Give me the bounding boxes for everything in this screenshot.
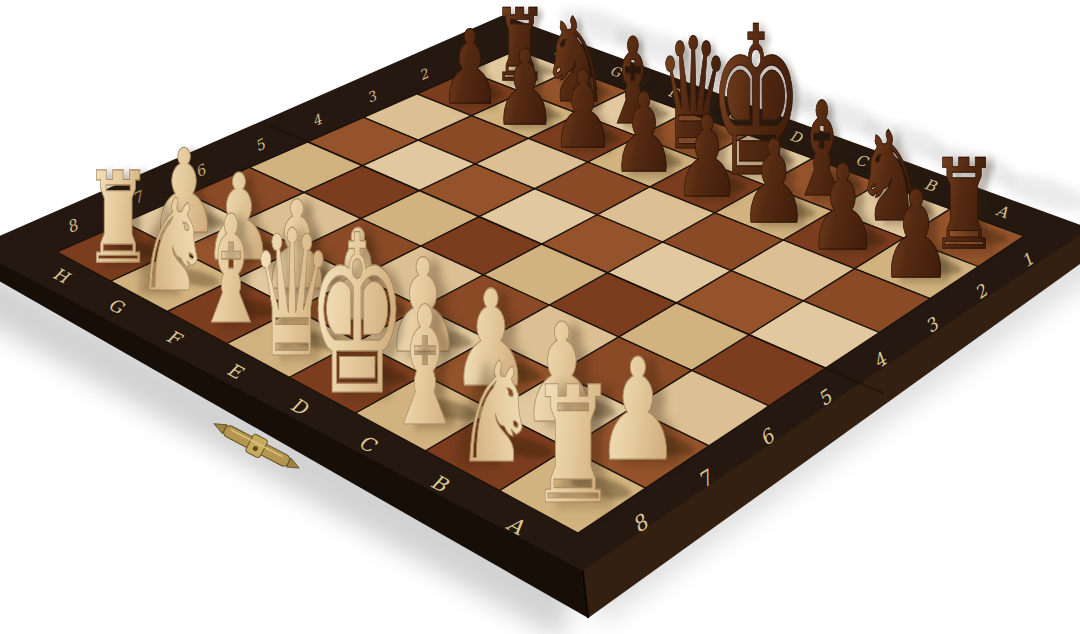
chess-board: AABBCCDDEEFFGGHH1122334455667788 [0, 0, 1080, 634]
chess-set-photo: AABBCCDDEEFFGGHH1122334455667788 ♜♞♟♝♟♛♟… [0, 0, 1080, 634]
